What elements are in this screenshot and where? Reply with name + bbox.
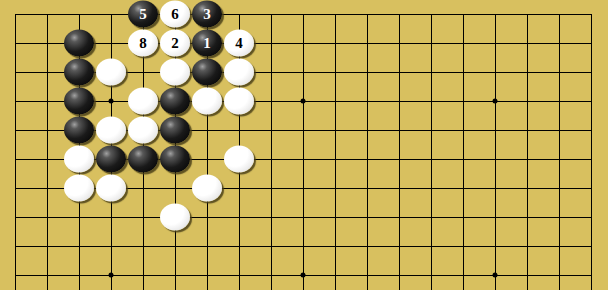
grid-line-vertical bbox=[399, 14, 400, 290]
grid-line-vertical bbox=[591, 14, 592, 290]
white-stone bbox=[224, 88, 254, 115]
grid-line-vertical bbox=[271, 14, 272, 290]
white-stone bbox=[160, 204, 190, 231]
black-stone bbox=[64, 59, 94, 86]
star-point bbox=[493, 273, 498, 278]
move-number-label: 1 bbox=[203, 36, 211, 51]
go-diagram: 5638214 bbox=[0, 0, 608, 290]
black-stone-move-1: 1 bbox=[192, 30, 222, 57]
star-point bbox=[109, 273, 114, 278]
white-stone bbox=[96, 175, 126, 202]
grid-line-vertical bbox=[463, 14, 464, 290]
grid-line-vertical bbox=[559, 14, 560, 290]
grid-line-vertical bbox=[15, 14, 16, 290]
white-stone bbox=[224, 59, 254, 86]
white-stone-move-4: 4 bbox=[224, 30, 254, 57]
move-number-label: 4 bbox=[235, 36, 243, 51]
white-stone bbox=[96, 59, 126, 86]
white-stone bbox=[96, 117, 126, 144]
grid-line-vertical bbox=[431, 14, 432, 290]
white-stone-move-2: 2 bbox=[160, 30, 190, 57]
black-stone bbox=[160, 146, 190, 173]
white-stone bbox=[224, 146, 254, 173]
move-number-label: 8 bbox=[139, 36, 147, 51]
black-stone bbox=[64, 88, 94, 115]
white-stone bbox=[64, 146, 94, 173]
white-stone bbox=[192, 88, 222, 115]
grid-line-vertical bbox=[527, 14, 528, 290]
black-stone bbox=[64, 30, 94, 57]
white-stone bbox=[192, 175, 222, 202]
white-stone-move-8: 8 bbox=[128, 30, 158, 57]
move-number-label: 2 bbox=[171, 36, 179, 51]
black-stone bbox=[64, 117, 94, 144]
move-number-label: 5 bbox=[139, 7, 147, 22]
star-point bbox=[301, 99, 306, 104]
black-stone bbox=[192, 59, 222, 86]
black-stone bbox=[96, 146, 126, 173]
white-stone bbox=[128, 117, 158, 144]
grid-line-vertical bbox=[303, 14, 304, 290]
black-stone bbox=[160, 88, 190, 115]
star-point bbox=[109, 99, 114, 104]
move-number-label: 6 bbox=[171, 7, 179, 22]
black-stone bbox=[160, 117, 190, 144]
black-stone-move-3: 3 bbox=[192, 1, 222, 28]
white-stone bbox=[128, 88, 158, 115]
white-stone-move-6: 6 bbox=[160, 1, 190, 28]
grid-line-vertical bbox=[495, 14, 496, 290]
white-stone bbox=[64, 175, 94, 202]
grid-line-vertical bbox=[367, 14, 368, 290]
grid-line-vertical bbox=[47, 14, 48, 290]
grid-line-vertical bbox=[335, 14, 336, 290]
star-point bbox=[301, 273, 306, 278]
black-stone-move-5: 5 bbox=[128, 1, 158, 28]
star-point bbox=[493, 99, 498, 104]
white-stone bbox=[160, 59, 190, 86]
move-number-label: 3 bbox=[203, 7, 211, 22]
black-stone bbox=[128, 146, 158, 173]
